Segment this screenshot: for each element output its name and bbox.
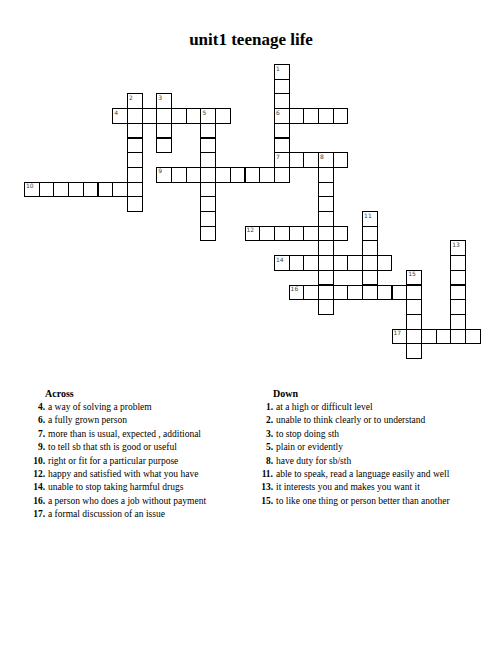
grid-cell[interactable] bbox=[406, 329, 422, 345]
clue-item: 4.a way of solving a problem bbox=[27, 401, 252, 414]
down-clues-column: Down 1.at a high or difficult level2.una… bbox=[255, 387, 502, 508]
clue-item: 12.happy and satisfied with what you hav… bbox=[27, 468, 252, 481]
clue-item: 13.it interests you and makes you want i… bbox=[255, 481, 502, 494]
clue-number: 16. bbox=[27, 495, 45, 508]
grid-cell[interactable] bbox=[142, 108, 158, 124]
grid-cell[interactable] bbox=[200, 138, 216, 154]
clue-number: 12. bbox=[27, 468, 45, 481]
grid-cell[interactable] bbox=[362, 240, 378, 256]
grid-cell[interactable] bbox=[68, 182, 84, 198]
grid-cell[interactable] bbox=[333, 108, 349, 124]
grid-cell[interactable] bbox=[186, 108, 202, 124]
grid-cell[interactable] bbox=[333, 226, 349, 242]
grid-cell[interactable]: 3 bbox=[156, 93, 172, 109]
grid-cell[interactable] bbox=[377, 285, 393, 301]
clue-text: more than is usual, expected , additiona… bbox=[48, 429, 201, 439]
clue-number: 13. bbox=[255, 481, 273, 494]
grid-cell[interactable] bbox=[303, 285, 319, 301]
cell-number: 16 bbox=[291, 286, 299, 292]
clue-text: at a high or difficult level bbox=[276, 402, 373, 412]
grid-cell[interactable] bbox=[318, 211, 334, 227]
clue-number: 14. bbox=[27, 481, 45, 494]
down-clue-list: 1.at a high or difficult level2.unable t… bbox=[255, 401, 502, 508]
grid-cell[interactable] bbox=[465, 329, 481, 345]
grid-cell[interactable]: 17 bbox=[392, 329, 408, 345]
grid-cell[interactable] bbox=[450, 270, 466, 286]
grid-cell[interactable] bbox=[289, 226, 305, 242]
grid-cell[interactable] bbox=[318, 299, 334, 315]
across-clue-list: 4.a way of solving a problem6.a fully gr… bbox=[27, 401, 252, 522]
clue-item: 15.to like one thing or person better th… bbox=[255, 495, 502, 508]
cell-number: 15 bbox=[408, 271, 416, 277]
grid-cell[interactable] bbox=[347, 255, 363, 271]
clue-item: 16.a person who does a job without payme… bbox=[27, 495, 252, 508]
clue-text: a person who does a job without payment bbox=[48, 496, 206, 506]
grid-cell[interactable] bbox=[303, 255, 319, 271]
grid-cell[interactable] bbox=[274, 123, 290, 139]
cell-number: 3 bbox=[158, 95, 162, 101]
grid-cell[interactable] bbox=[318, 255, 334, 271]
clue-text: able to speak, read a language easily an… bbox=[276, 469, 449, 479]
grid-cell[interactable]: 16 bbox=[289, 285, 305, 301]
cell-number: 17 bbox=[394, 330, 402, 336]
cell-number: 12 bbox=[247, 227, 255, 233]
crossword-grid: 1234567891011121314151617 bbox=[24, 64, 481, 359]
grid-cell[interactable] bbox=[215, 108, 231, 124]
clue-number: 11. bbox=[255, 468, 273, 481]
clue-text: unable to stop taking harmful drugs bbox=[48, 482, 183, 492]
grid-cell[interactable] bbox=[156, 138, 172, 154]
grid-cell[interactable]: 8 bbox=[318, 152, 334, 168]
grid-cell[interactable] bbox=[127, 138, 143, 154]
grid-cell[interactable]: 12 bbox=[245, 226, 261, 242]
grid-cell[interactable] bbox=[333, 152, 349, 168]
cell-number: 14 bbox=[276, 257, 284, 263]
clue-number: 8. bbox=[255, 455, 273, 468]
clue-text: happy and satisfied with what you have bbox=[48, 469, 198, 479]
grid-cell[interactable] bbox=[127, 182, 143, 198]
grid-cell[interactable] bbox=[289, 255, 305, 271]
clue-number: 1. bbox=[255, 401, 273, 414]
clue-item: 10.right or fit for a particular purpose bbox=[27, 455, 252, 468]
clue-item: 11.able to speak, read a language easily… bbox=[255, 468, 502, 481]
grid-cell[interactable] bbox=[171, 108, 187, 124]
cell-number: 10 bbox=[26, 183, 34, 189]
clue-item: 2.unable to think clearly or to understa… bbox=[255, 414, 502, 427]
grid-cell[interactable] bbox=[274, 79, 290, 95]
grid-cell[interactable]: 13 bbox=[450, 240, 466, 256]
grid-cell[interactable] bbox=[230, 167, 246, 183]
grid-cell[interactable] bbox=[406, 285, 422, 301]
grid-cell[interactable] bbox=[127, 167, 143, 183]
grid-cell[interactable] bbox=[333, 285, 349, 301]
grid-cell[interactable] bbox=[347, 285, 363, 301]
grid-cell[interactable] bbox=[274, 167, 290, 183]
grid-cell[interactable] bbox=[127, 108, 143, 124]
grid-cell[interactable] bbox=[200, 196, 216, 212]
clue-item: 1.at a high or difficult level bbox=[255, 401, 502, 414]
clue-number: 9. bbox=[27, 441, 45, 454]
grid-cell[interactable] bbox=[450, 329, 466, 345]
clue-item: 17.a formal discussion of an issue bbox=[27, 508, 252, 521]
clue-item: 7.more than is usual, expected , additio… bbox=[27, 428, 252, 441]
clue-item: 5.plain or evidently bbox=[255, 441, 502, 454]
grid-cell[interactable] bbox=[200, 211, 216, 227]
clue-item: 8.have duty for sb/sth bbox=[255, 455, 502, 468]
clue-text: it interests you and makes you want it bbox=[276, 482, 420, 492]
grid-cell[interactable] bbox=[406, 343, 422, 359]
clue-number: 15. bbox=[255, 495, 273, 508]
grid-cell[interactable] bbox=[200, 152, 216, 168]
grid-cell[interactable] bbox=[406, 314, 422, 330]
grid-cell[interactable] bbox=[406, 299, 422, 315]
grid-cell[interactable] bbox=[318, 285, 334, 301]
grid-cell[interactable] bbox=[450, 314, 466, 330]
grid-cell[interactable] bbox=[274, 226, 290, 242]
clue-number: 4. bbox=[27, 401, 45, 414]
grid-cell[interactable] bbox=[200, 123, 216, 139]
grid-cell[interactable] bbox=[39, 182, 55, 198]
clue-number: 17. bbox=[27, 508, 45, 521]
grid-cell[interactable] bbox=[303, 108, 319, 124]
grid-cell[interactable] bbox=[450, 255, 466, 271]
clue-number: 5. bbox=[255, 441, 273, 454]
cell-number: 8 bbox=[320, 154, 324, 160]
grid-cell[interactable] bbox=[53, 182, 69, 198]
grid-cell[interactable] bbox=[200, 167, 216, 183]
grid-cell[interactable] bbox=[362, 285, 378, 301]
grid-cell[interactable] bbox=[83, 182, 99, 198]
cell-number: 1 bbox=[276, 66, 280, 72]
clue-text: to like one thing or person better than … bbox=[276, 496, 450, 506]
grid-cell[interactable] bbox=[318, 226, 334, 242]
grid-cell[interactable]: 7 bbox=[274, 152, 290, 168]
down-header: Down bbox=[273, 387, 502, 400]
grid-cell[interactable]: 1 bbox=[274, 64, 290, 80]
grid-cell[interactable] bbox=[318, 240, 334, 256]
grid-cell[interactable]: 14 bbox=[274, 255, 290, 271]
grid-cell[interactable] bbox=[289, 108, 305, 124]
grid-cell[interactable] bbox=[200, 182, 216, 198]
grid-cell[interactable] bbox=[362, 255, 378, 271]
grid-cell[interactable] bbox=[171, 167, 187, 183]
clue-number: 3. bbox=[255, 428, 273, 441]
grid-cell[interactable] bbox=[274, 138, 290, 154]
grid-cell[interactable] bbox=[98, 182, 114, 198]
clue-number: 6. bbox=[27, 414, 45, 427]
grid-cell[interactable] bbox=[186, 167, 202, 183]
grid-cell[interactable] bbox=[127, 123, 143, 139]
cell-number: 5 bbox=[202, 110, 206, 116]
grid-cell[interactable]: 15 bbox=[406, 270, 422, 286]
grid-cell[interactable] bbox=[436, 329, 452, 345]
grid-cell[interactable] bbox=[318, 270, 334, 286]
grid-cell[interactable] bbox=[392, 285, 408, 301]
clue-item: 3.to stop doing sth bbox=[255, 428, 502, 441]
grid-cell[interactable] bbox=[156, 108, 172, 124]
clue-text: a formal discussion of an issue bbox=[48, 509, 165, 519]
grid-cell[interactable] bbox=[289, 152, 305, 168]
clue-text: a fully grown person bbox=[48, 415, 127, 425]
clue-number: 7. bbox=[27, 428, 45, 441]
clue-item: 9.to tell sb that sth is good or useful bbox=[27, 441, 252, 454]
grid-cell[interactable] bbox=[450, 285, 466, 301]
cell-number: 6 bbox=[276, 110, 280, 116]
grid-cell[interactable] bbox=[450, 299, 466, 315]
clue-item: 6.a fully grown person bbox=[27, 414, 252, 427]
grid-cell[interactable]: 9 bbox=[156, 167, 172, 183]
grid-cell[interactable] bbox=[127, 196, 143, 212]
grid-cell[interactable] bbox=[318, 182, 334, 198]
crossword-worksheet: unit1 teenage life 123456789101112131415… bbox=[0, 0, 502, 649]
clue-text: a way of solving a problem bbox=[48, 402, 152, 412]
across-header: Across bbox=[45, 387, 252, 400]
grid-cell[interactable] bbox=[333, 255, 349, 271]
grid-cell[interactable]: 2 bbox=[127, 93, 143, 109]
clue-text: unable to think clearly or to understand bbox=[276, 415, 425, 425]
grid-cell[interactable] bbox=[303, 226, 319, 242]
grid-cell[interactable] bbox=[421, 329, 437, 345]
grid-cell[interactable] bbox=[259, 167, 275, 183]
clue-number: 10. bbox=[27, 455, 45, 468]
puzzle-title: unit1 teenage life bbox=[0, 30, 502, 50]
grid-cell[interactable]: 6 bbox=[274, 108, 290, 124]
grid-cell[interactable] bbox=[318, 167, 334, 183]
clue-item: 14.unable to stop taking harmful drugs bbox=[27, 481, 252, 494]
grid-cell[interactable] bbox=[362, 270, 378, 286]
grid-cell[interactable]: 5 bbox=[200, 108, 216, 124]
grid-cell[interactable] bbox=[112, 182, 128, 198]
cell-number: 9 bbox=[158, 168, 162, 174]
cell-number: 11 bbox=[364, 213, 372, 219]
grid-cell[interactable] bbox=[377, 255, 393, 271]
cell-number: 4 bbox=[114, 110, 118, 116]
grid-cell[interactable]: 11 bbox=[362, 211, 378, 227]
grid-cell[interactable] bbox=[215, 167, 231, 183]
grid-cell[interactable]: 4 bbox=[112, 108, 128, 124]
clue-text: plain or evidently bbox=[276, 442, 343, 452]
cell-number: 7 bbox=[276, 154, 280, 160]
cell-number: 2 bbox=[129, 95, 133, 101]
grid-cell[interactable] bbox=[200, 226, 216, 242]
grid-cell[interactable] bbox=[362, 226, 378, 242]
cell-number: 13 bbox=[452, 242, 460, 248]
grid-cell[interactable] bbox=[259, 226, 275, 242]
grid-cell[interactable] bbox=[156, 123, 172, 139]
grid-cell[interactable] bbox=[303, 152, 319, 168]
clue-text: have duty for sb/sth bbox=[276, 456, 351, 466]
clue-text: right or fit for a particular purpose bbox=[48, 456, 178, 466]
grid-cell[interactable] bbox=[318, 196, 334, 212]
grid-cell[interactable] bbox=[318, 108, 334, 124]
grid-cell[interactable]: 10 bbox=[24, 182, 40, 198]
clue-text: to stop doing sth bbox=[276, 429, 339, 439]
grid-cell[interactable] bbox=[245, 167, 261, 183]
clue-text: to tell sb that sth is good or useful bbox=[48, 442, 177, 452]
grid-cell[interactable] bbox=[274, 93, 290, 109]
grid-cell[interactable] bbox=[127, 152, 143, 168]
clue-number: 2. bbox=[255, 414, 273, 427]
across-clues-column: Across 4.a way of solving a problem6.a f… bbox=[27, 387, 252, 522]
